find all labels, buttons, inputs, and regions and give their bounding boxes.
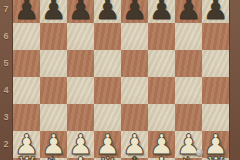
square-g5[interactable]: [175, 50, 202, 77]
square-h1[interactable]: ♜: [202, 158, 229, 160]
square-d1[interactable]: ♛: [94, 158, 121, 160]
rank-label-2: 2: [0, 131, 12, 158]
gray-ball-artifact: [196, 149, 203, 156]
piece-white-bishop[interactable]: ♝: [68, 154, 93, 160]
rank-label-column: 87654321: [0, 0, 12, 160]
square-b5[interactable]: [40, 50, 67, 77]
rank-label-6: 6: [0, 23, 12, 50]
piece-black-pawn[interactable]: ♟: [14, 0, 39, 23]
square-b4[interactable]: [40, 77, 67, 104]
square-b3[interactable]: [40, 104, 67, 131]
chess-board: ♜♞♝♛♚♝♞♜♟♟♟♟♟♟♟♟♟♟♟♟♟♟♟♟♜♞♝♛♚♝♞♜: [13, 0, 229, 160]
square-h6[interactable]: [202, 23, 229, 50]
square-e4[interactable]: [121, 77, 148, 104]
square-g4[interactable]: [175, 77, 202, 104]
piece-black-pawn[interactable]: ♟: [203, 0, 228, 23]
frame-edge-left: [12, 0, 13, 160]
square-f3[interactable]: [148, 104, 175, 131]
square-a1[interactable]: ♜: [13, 158, 40, 160]
rank-label-5: 5: [0, 50, 12, 77]
square-b1[interactable]: ♞: [40, 158, 67, 160]
square-d6[interactable]: [94, 23, 121, 50]
square-c7[interactable]: ♟: [67, 0, 94, 23]
piece-white-bishop[interactable]: ♝: [149, 154, 174, 160]
rank-label-4: 4: [0, 77, 12, 104]
square-c4[interactable]: [67, 77, 94, 104]
square-c5[interactable]: [67, 50, 94, 77]
piece-white-queen[interactable]: ♛: [95, 154, 120, 160]
frame-edge-right: [229, 0, 230, 160]
square-d3[interactable]: [94, 104, 121, 131]
piece-black-pawn[interactable]: ♟: [149, 0, 174, 23]
square-g7[interactable]: ♟: [175, 0, 202, 23]
square-f1[interactable]: ♝: [148, 158, 175, 160]
square-g6[interactable]: [175, 23, 202, 50]
square-e3[interactable]: [121, 104, 148, 131]
square-d5[interactable]: [94, 50, 121, 77]
square-f5[interactable]: [148, 50, 175, 77]
square-h4[interactable]: [202, 77, 229, 104]
square-e7[interactable]: ♟: [121, 0, 148, 23]
square-a3[interactable]: [13, 104, 40, 131]
square-g1[interactable]: ♞: [175, 158, 202, 160]
square-e6[interactable]: [121, 23, 148, 50]
square-h7[interactable]: ♟: [202, 0, 229, 23]
square-d7[interactable]: ♟: [94, 0, 121, 23]
rank-label-3: 3: [0, 104, 12, 131]
square-b6[interactable]: [40, 23, 67, 50]
square-a6[interactable]: [13, 23, 40, 50]
piece-black-pawn[interactable]: ♟: [68, 0, 93, 23]
square-e5[interactable]: [121, 50, 148, 77]
square-b7[interactable]: ♟: [40, 0, 67, 23]
square-f6[interactable]: [148, 23, 175, 50]
square-h5[interactable]: [202, 50, 229, 77]
square-c1[interactable]: ♝: [67, 158, 94, 160]
square-g3[interactable]: [175, 104, 202, 131]
square-d4[interactable]: [94, 77, 121, 104]
square-c6[interactable]: [67, 23, 94, 50]
piece-white-rook[interactable]: ♜: [203, 154, 228, 160]
square-a5[interactable]: [13, 50, 40, 77]
square-a4[interactable]: [13, 77, 40, 104]
rank-label-7: 7: [0, 0, 12, 23]
square-f7[interactable]: ♟: [148, 0, 175, 23]
square-h3[interactable]: [202, 104, 229, 131]
piece-black-pawn[interactable]: ♟: [95, 0, 120, 23]
piece-white-rook[interactable]: ♜: [14, 154, 39, 160]
piece-black-pawn[interactable]: ♟: [122, 0, 147, 23]
rank-label-1: 1: [0, 158, 12, 160]
square-f4[interactable]: [148, 77, 175, 104]
piece-black-pawn[interactable]: ♟: [176, 0, 201, 23]
square-a7[interactable]: ♟: [13, 0, 40, 23]
piece-black-pawn[interactable]: ♟: [41, 0, 66, 23]
piece-white-king[interactable]: ♚: [122, 154, 147, 160]
chess-app-window: ♜♞♝♛♚♝♞♜♟♟♟♟♟♟♟♟♟♟♟♟♟♟♟♟♜♞♝♛♚♝♞♜ 8765432…: [0, 0, 240, 160]
square-c3[interactable]: [67, 104, 94, 131]
piece-white-knight[interactable]: ♞: [41, 154, 66, 160]
square-e1[interactable]: ♚: [121, 158, 148, 160]
